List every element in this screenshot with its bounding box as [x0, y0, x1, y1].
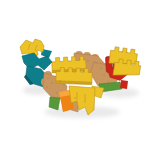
- red-block-small: [120, 80, 128, 89]
- speckle: [46, 86, 48, 88]
- toy-blocks-photo: [0, 0, 160, 160]
- speckle: [103, 74, 105, 76]
- speckle: [51, 82, 53, 84]
- speckle: [59, 80, 61, 82]
- speckle: [107, 81, 109, 83]
- speckle: [63, 84, 65, 86]
- photo-stage: Loose diagonal pile of zig-zag interlock…: [0, 0, 160, 160]
- speckle: [95, 62, 97, 64]
- speckle: [79, 58, 81, 60]
- speckle: [100, 67, 102, 69]
- speckle: [56, 92, 58, 94]
- speckle: [109, 85, 111, 87]
- speckle: [47, 77, 49, 79]
- speckle: [87, 60, 89, 62]
- speckle: [74, 97, 76, 99]
